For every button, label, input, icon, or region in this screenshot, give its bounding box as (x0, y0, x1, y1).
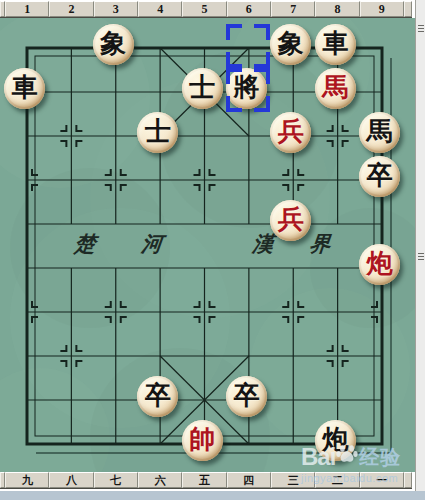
red-piece-馬[interactable]: 馬 (315, 68, 356, 109)
red-piece-兵[interactable]: 兵 (270, 200, 311, 241)
piece-char: 車 (12, 75, 38, 101)
edge-mark-icon (418, 25, 424, 34)
edge-mark-icon (418, 253, 424, 262)
river-char-3: 漢 (248, 230, 279, 258)
black-piece-馬[interactable]: 馬 (359, 112, 400, 153)
piece-char: 象 (100, 31, 126, 57)
file-label-bottom-4: 六 (138, 472, 182, 488)
piece-char: 士 (145, 119, 171, 145)
piece-char: 馬 (367, 119, 393, 145)
river-char-4: 界 (305, 230, 336, 258)
black-piece-士[interactable]: 士 (137, 112, 178, 153)
black-piece-象[interactable]: 象 (270, 24, 311, 65)
piece-char: 帥 (189, 427, 215, 453)
file-label-bottom-6: 四 (227, 472, 271, 488)
river-char-2: 河 (137, 230, 168, 258)
file-label-bottom-5: 五 (182, 472, 226, 488)
piece-char: 馬 (322, 75, 348, 101)
xiangqi-app-screen: 123456789 楚河漢界 象象車車士將馬士兵馬卒兵炮卒卒帥炮 九八七六五四三… (0, 0, 425, 500)
bottom-coordinate-bar: 九八七六五四三二一 (0, 472, 412, 489)
black-piece-車[interactable]: 車 (315, 24, 356, 65)
file-label-bottom-2: 八 (49, 472, 93, 488)
file-label-top-2: 2 (49, 1, 93, 17)
file-label-bottom-8: 二 (315, 472, 359, 488)
black-piece-車[interactable]: 車 (4, 68, 45, 109)
bar-cap (404, 472, 412, 488)
file-label-top-5: 5 (182, 1, 226, 17)
piece-char: 士 (189, 75, 215, 101)
piece-char: 兵 (278, 119, 304, 145)
black-piece-卒[interactable]: 卒 (137, 376, 178, 417)
file-label-top-7: 7 (271, 1, 315, 17)
black-piece-將[interactable]: 將 (226, 68, 267, 109)
black-piece-炮[interactable]: 炮 (315, 420, 356, 461)
piece-char: 象 (278, 31, 304, 57)
file-label-top-1: 1 (5, 1, 49, 17)
piece-char: 車 (322, 31, 348, 57)
piece-char: 卒 (145, 383, 171, 409)
red-piece-帥[interactable]: 帥 (182, 420, 223, 461)
black-piece-士[interactable]: 士 (182, 68, 223, 109)
file-label-top-3: 3 (94, 1, 138, 17)
red-piece-炮[interactable]: 炮 (359, 244, 400, 285)
piece-char: 兵 (278, 207, 304, 233)
bottom-edge-strip (0, 491, 425, 500)
file-label-bottom-3: 七 (94, 472, 138, 488)
black-piece-象[interactable]: 象 (93, 24, 134, 65)
piece-char: 卒 (367, 163, 393, 189)
file-label-top-4: 4 (138, 1, 182, 17)
black-piece-卒[interactable]: 卒 (359, 156, 400, 197)
red-piece-兵[interactable]: 兵 (270, 112, 311, 153)
file-label-bottom-7: 三 (271, 472, 315, 488)
file-label-top-6: 6 (227, 1, 271, 17)
piece-char: 卒 (233, 383, 259, 409)
right-edge-strip (415, 0, 425, 491)
river-char-1: 楚 (70, 230, 101, 258)
top-coordinate-bar: 123456789 (0, 1, 412, 18)
bar-cap (404, 1, 412, 17)
xiangqi-board[interactable]: 楚河漢界 象象車車士將馬士兵馬卒兵炮卒卒帥炮 (0, 18, 415, 472)
file-label-top-9: 9 (360, 1, 404, 17)
file-label-bottom-9: 一 (360, 472, 404, 488)
file-label-bottom-1: 九 (5, 472, 49, 488)
black-piece-卒[interactable]: 卒 (226, 376, 267, 417)
file-label-top-8: 8 (315, 1, 359, 17)
piece-char: 炮 (367, 251, 393, 277)
piece-char: 將 (233, 75, 259, 101)
piece-char: 炮 (322, 427, 348, 453)
